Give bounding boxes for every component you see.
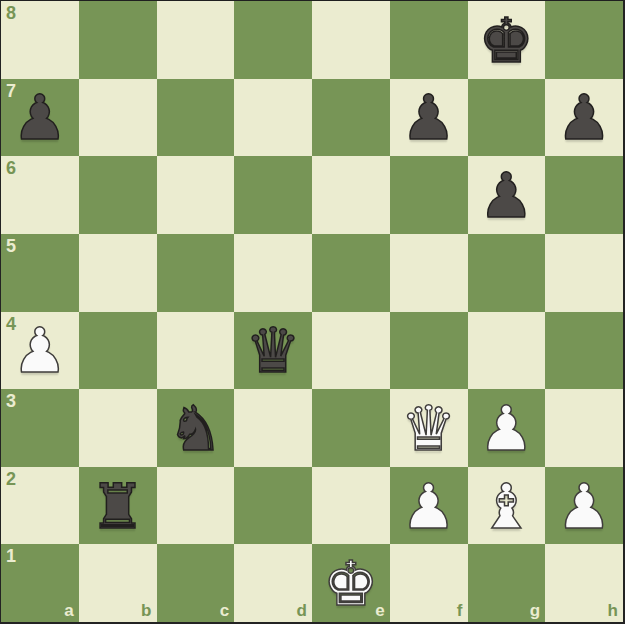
piece-white-pawn[interactable]: ♟ [479,398,535,460]
square-c2[interactable] [157,467,235,545]
square-h1[interactable]: h [545,544,623,622]
square-a8[interactable]: 8 [1,1,79,79]
square-d1[interactable]: d [234,544,312,622]
square-e8[interactable] [312,1,390,79]
square-h7[interactable]: ♟ [545,79,623,157]
piece-black-king[interactable]: ♚ [479,10,535,72]
square-c3[interactable]: ♞ [157,389,235,467]
piece-white-bishop[interactable]: ♝ [479,476,535,538]
square-a4[interactable]: 4♟ [1,312,79,390]
square-b5[interactable] [79,234,157,312]
square-d5[interactable] [234,234,312,312]
square-b1[interactable]: b [79,544,157,622]
piece-white-pawn[interactable]: ♟ [12,320,68,382]
file-label-d: d [297,602,307,619]
file-label-a: a [64,602,73,619]
file-label-b: b [141,602,151,619]
square-g5[interactable] [468,234,546,312]
file-label-c: c [220,602,229,619]
piece-black-knight[interactable]: ♞ [168,398,224,460]
square-c6[interactable] [157,156,235,234]
square-b4[interactable] [79,312,157,390]
piece-black-queen[interactable]: ♛ [245,320,301,382]
square-b2[interactable]: ♜ [79,467,157,545]
chess-board-frame: 8♚7♟♟♟6♟54♟♛3♞♛♟2♜♟♝♟1abcde♚fgh [0,0,625,624]
square-b8[interactable] [79,1,157,79]
piece-white-king[interactable]: ♚ [323,553,379,615]
rank-label-2: 2 [6,470,16,488]
square-a6[interactable]: 6 [1,156,79,234]
square-a1[interactable]: 1a [1,544,79,622]
square-d2[interactable] [234,467,312,545]
square-f8[interactable] [390,1,468,79]
square-a5[interactable]: 5 [1,234,79,312]
square-g2[interactable]: ♝ [468,467,546,545]
rank-label-5: 5 [6,237,16,255]
square-e6[interactable] [312,156,390,234]
square-g1[interactable]: g [468,544,546,622]
square-h4[interactable] [545,312,623,390]
square-e2[interactable] [312,467,390,545]
square-d6[interactable] [234,156,312,234]
piece-white-pawn[interactable]: ♟ [556,476,612,538]
square-a3[interactable]: 3 [1,389,79,467]
rank-label-8: 8 [6,4,16,22]
square-d3[interactable] [234,389,312,467]
square-h3[interactable] [545,389,623,467]
square-e7[interactable] [312,79,390,157]
square-h2[interactable]: ♟ [545,467,623,545]
square-h5[interactable] [545,234,623,312]
file-label-h: h [608,602,618,619]
square-f2[interactable]: ♟ [390,467,468,545]
rank-label-1: 1 [6,547,16,565]
piece-black-rook[interactable]: ♜ [90,476,146,538]
rank-label-3: 3 [6,392,16,410]
square-c1[interactable]: c [157,544,235,622]
file-label-g: g [530,602,540,619]
square-f4[interactable] [390,312,468,390]
square-b7[interactable] [79,79,157,157]
piece-white-pawn[interactable]: ♟ [401,476,457,538]
square-g6[interactable]: ♟ [468,156,546,234]
square-b3[interactable] [79,389,157,467]
square-c8[interactable] [157,1,235,79]
square-g7[interactable] [468,79,546,157]
square-f1[interactable]: f [390,544,468,622]
square-e3[interactable] [312,389,390,467]
square-f3[interactable]: ♛ [390,389,468,467]
square-d4[interactable]: ♛ [234,312,312,390]
square-h6[interactable] [545,156,623,234]
square-b6[interactable] [79,156,157,234]
rank-label-6: 6 [6,159,16,177]
square-g4[interactable] [468,312,546,390]
square-c5[interactable] [157,234,235,312]
piece-white-queen[interactable]: ♛ [401,398,457,460]
square-e1[interactable]: e♚ [312,544,390,622]
chess-board: 8♚7♟♟♟6♟54♟♛3♞♛♟2♜♟♝♟1abcde♚fgh [1,1,623,622]
square-a2[interactable]: 2 [1,467,79,545]
square-d8[interactable] [234,1,312,79]
square-c4[interactable] [157,312,235,390]
square-h8[interactable] [545,1,623,79]
square-d7[interactable] [234,79,312,157]
square-g8[interactable]: ♚ [468,1,546,79]
file-label-f: f [457,602,463,619]
square-e4[interactable] [312,312,390,390]
square-c7[interactable] [157,79,235,157]
square-a7[interactable]: 7♟ [1,79,79,157]
piece-black-pawn[interactable]: ♟ [479,165,535,227]
square-f5[interactable] [390,234,468,312]
square-e5[interactable] [312,234,390,312]
piece-black-pawn[interactable]: ♟ [401,87,457,149]
square-f6[interactable] [390,156,468,234]
piece-black-pawn[interactable]: ♟ [12,87,68,149]
square-f7[interactable]: ♟ [390,79,468,157]
square-g3[interactable]: ♟ [468,389,546,467]
piece-black-pawn[interactable]: ♟ [556,87,612,149]
